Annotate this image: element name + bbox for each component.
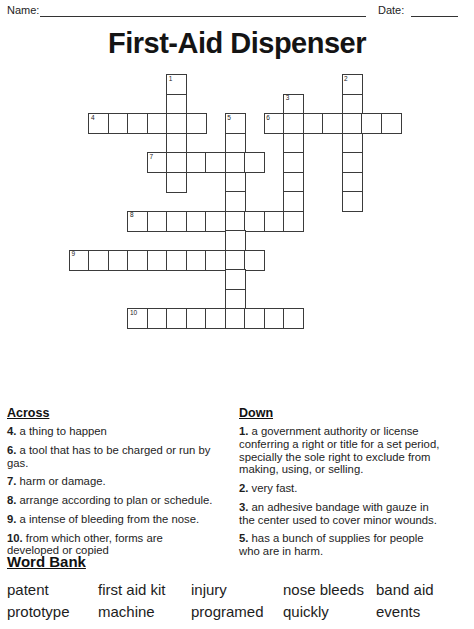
grid-cell-r13c11[interactable] [264, 308, 285, 329]
down-clue-1: 1. a government authority or license con… [239, 425, 469, 476]
word-bank-word: injury [191, 581, 283, 598]
grid-cell-r6c6[interactable] [166, 172, 187, 193]
down-heading: Down [239, 406, 469, 420]
grid-cell-r8c12[interactable] [283, 211, 304, 232]
grid-cell-r10c10[interactable] [244, 250, 265, 271]
clue-number-1: 1 [169, 76, 173, 83]
grid-cell-r5c7[interactable] [186, 152, 207, 173]
grid-cell-r3c16[interactable] [361, 113, 382, 134]
grid-cell-r3c13[interactable] [303, 113, 324, 134]
grid-cell-r10c9[interactable] [225, 250, 246, 271]
grid-cell-r10c1[interactable]: 9 [69, 250, 90, 271]
grid-cell-r10c4[interactable] [127, 250, 148, 271]
grid-cell-r7c9[interactable] [225, 191, 246, 212]
grid-cell-r3c4[interactable] [127, 113, 148, 134]
word-bank-word: machine [98, 603, 191, 620]
clue-number-5: 5 [227, 115, 231, 122]
grid-cell-r8c11[interactable] [264, 211, 285, 232]
grid-cell-r1c15[interactable]: 2 [342, 74, 363, 95]
word-bank-heading: Word Bank [7, 553, 469, 570]
name-fill-line[interactable] [40, 4, 366, 17]
grid-cell-r3c11[interactable]: 6 [264, 113, 285, 134]
across-clue-6: 6. a tool that has to be charged or run … [7, 444, 233, 470]
clue-number-2: 2 [344, 76, 348, 83]
grid-cell-r3c6[interactable] [166, 113, 187, 134]
grid-cell-r13c12[interactable] [283, 308, 304, 329]
clue-number-8: 8 [130, 212, 134, 219]
grid-cell-r4c6[interactable] [166, 133, 187, 154]
grid-cell-r5c5[interactable]: 7 [147, 152, 168, 173]
across-clue-list: 4. a thing to happen6. a tool that has t… [7, 425, 233, 557]
word-bank-word: programed [191, 603, 283, 620]
across-clue-9: 9. a intense of bleeding from the nose. [7, 513, 233, 526]
across-clue-7: 7. harm or damage. [7, 475, 233, 488]
grid-cell-r13c5[interactable] [147, 308, 168, 329]
grid-cell-r8c6[interactable] [166, 211, 187, 232]
word-bank-list: patentfirst aid kitinjurynose bleedsband… [7, 578, 469, 622]
grid-cell-r4c9[interactable] [225, 133, 246, 154]
grid-cell-r11c9[interactable] [225, 269, 246, 290]
grid-cell-r6c12[interactable] [283, 172, 304, 193]
grid-cell-r3c7[interactable] [186, 113, 207, 134]
date-label: Date: [378, 4, 404, 16]
grid-cell-r8c10[interactable] [244, 211, 265, 232]
grid-cell-r5c12[interactable] [283, 152, 304, 173]
grid-cell-r5c6[interactable] [166, 152, 187, 173]
grid-cell-r3c2[interactable]: 4 [88, 113, 109, 134]
grid-cell-r3c9[interactable]: 5 [225, 113, 246, 134]
down-section: Down 1. a government authority or licens… [239, 406, 469, 564]
grid-cell-r13c10[interactable] [244, 308, 265, 329]
grid-cell-r5c8[interactable] [205, 152, 226, 173]
name-date-row: Name: Date: [7, 4, 467, 18]
grid-cell-r6c9[interactable] [225, 172, 246, 193]
across-clue-4: 4. a thing to happen [7, 425, 233, 438]
word-bank-word: prototype [7, 603, 98, 620]
grid-cell-r2c12[interactable]: 3 [283, 94, 304, 115]
grid-cell-r10c6[interactable] [166, 250, 187, 271]
grid-cell-r4c12[interactable] [283, 133, 304, 154]
down-clue-3: 3. an adhesive bandage with gauze in the… [239, 501, 469, 527]
grid-cell-r2c15[interactable] [342, 94, 363, 115]
clue-number-6: 6 [266, 115, 270, 122]
clue-number-4: 4 [91, 115, 95, 122]
grid-cell-r4c15[interactable] [342, 133, 363, 154]
grid-cell-r3c17[interactable] [381, 113, 402, 134]
crossword-grid: 12345678910 [69, 74, 403, 330]
grid-cell-r8c9[interactable] [225, 211, 246, 232]
grid-cell-r10c3[interactable] [108, 250, 129, 271]
grid-cell-r6c15[interactable] [342, 172, 363, 193]
grid-cell-r3c5[interactable] [147, 113, 168, 134]
grid-cell-r8c8[interactable] [205, 211, 226, 232]
grid-cell-r7c15[interactable] [342, 191, 363, 212]
grid-cell-r13c8[interactable] [205, 308, 226, 329]
down-clue-list: 1. a government authority or license con… [239, 425, 469, 558]
clues-section: Across 4. a thing to happen6. a tool tha… [7, 406, 469, 564]
page-title: First-Aid Dispenser [0, 27, 474, 60]
grid-cell-r8c5[interactable] [147, 211, 168, 232]
grid-cell-r12c9[interactable] [225, 289, 246, 310]
name-label: Name: [7, 4, 39, 16]
grid-cell-r8c7[interactable] [186, 211, 207, 232]
word-bank-word: quickly [283, 603, 376, 620]
word-bank-word: patent [7, 581, 98, 598]
word-bank-section: Word Bank patentfirst aid kitinjurynose … [7, 553, 469, 622]
grid-cell-r13c9[interactable] [225, 308, 246, 329]
across-section: Across 4. a thing to happen6. a tool tha… [7, 406, 233, 564]
grid-cell-r10c8[interactable] [205, 250, 226, 271]
grid-cell-r10c5[interactable] [147, 250, 168, 271]
grid-cell-r3c14[interactable] [322, 113, 343, 134]
grid-cell-r13c7[interactable] [186, 308, 207, 329]
across-heading: Across [7, 406, 233, 420]
grid-cell-r10c2[interactable] [88, 250, 109, 271]
clue-number-10: 10 [130, 310, 137, 317]
grid-cell-r13c6[interactable] [166, 308, 187, 329]
grid-cell-r8c4[interactable]: 8 [127, 211, 148, 232]
grid-cell-r5c9[interactable] [225, 152, 246, 173]
clue-number-9: 9 [72, 251, 76, 258]
grid-cell-r7c12[interactable] [283, 191, 304, 212]
grid-cell-r3c12[interactable] [283, 113, 304, 134]
clue-number-3: 3 [286, 95, 290, 102]
down-clue-2: 2. very fast. [239, 482, 469, 495]
word-bank-word: nose bleeds [283, 581, 376, 598]
grid-cell-r3c3[interactable] [108, 113, 129, 134]
word-bank-word: first aid kit [98, 581, 191, 598]
word-bank-word: events [376, 603, 469, 620]
clue-number-7: 7 [149, 154, 153, 161]
grid-cell-r2c6[interactable] [166, 94, 187, 115]
word-bank-word: band aid [376, 581, 469, 598]
grid-cell-r9c9[interactable] [225, 230, 246, 251]
grid-cell-r13c4[interactable]: 10 [127, 308, 148, 329]
grid-cell-r5c10[interactable] [244, 152, 265, 173]
across-clue-8: 8. arrange according to plan or schedule… [7, 494, 233, 507]
date-fill-line[interactable] [411, 4, 458, 17]
grid-cell-r3c15[interactable] [342, 113, 363, 134]
worksheet-page: Name: Date: First-Aid Dispenser 12345678… [0, 0, 474, 629]
grid-cell-r10c7[interactable] [186, 250, 207, 271]
grid-cell-r5c15[interactable] [342, 152, 363, 173]
grid-cell-r1c6[interactable]: 1 [166, 74, 187, 95]
